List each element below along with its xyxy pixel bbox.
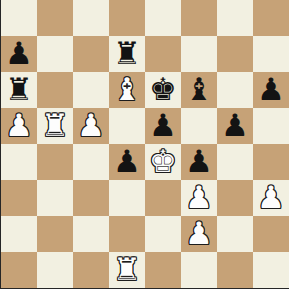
chess-board: ♟♜♜♝♚♝♟♟♜♟♟♟♟♚♟♟♟♟♜ <box>0 0 289 289</box>
square-d7[interactable]: ♜ <box>109 36 145 72</box>
white-bishop: ♝ <box>113 72 141 107</box>
black-rook: ♜ <box>5 72 33 107</box>
black-bishop: ♝ <box>185 72 213 107</box>
white-rook: ♜ <box>113 252 141 287</box>
white-king: ♚ <box>149 144 177 179</box>
black-rook: ♜ <box>113 36 141 71</box>
square-b6[interactable] <box>37 72 73 108</box>
square-g2[interactable] <box>217 216 253 252</box>
square-f4[interactable]: ♟ <box>181 144 217 180</box>
square-c3[interactable] <box>73 180 109 216</box>
square-h2[interactable] <box>253 216 289 252</box>
square-f7[interactable] <box>181 36 217 72</box>
white-rook: ♜ <box>41 108 69 143</box>
square-e1[interactable] <box>145 252 181 288</box>
square-c2[interactable] <box>73 216 109 252</box>
square-g8[interactable] <box>217 0 253 36</box>
square-g3[interactable] <box>217 180 253 216</box>
square-b7[interactable] <box>37 36 73 72</box>
square-g5[interactable]: ♟ <box>217 108 253 144</box>
square-e3[interactable] <box>145 180 181 216</box>
square-c6[interactable] <box>73 72 109 108</box>
square-d5[interactable] <box>109 108 145 144</box>
square-c8[interactable] <box>73 0 109 36</box>
square-e7[interactable] <box>145 36 181 72</box>
square-g7[interactable] <box>217 36 253 72</box>
white-pawn: ♟ <box>257 180 285 215</box>
square-b5[interactable]: ♜ <box>37 108 73 144</box>
square-b2[interactable] <box>37 216 73 252</box>
square-e4[interactable]: ♚ <box>145 144 181 180</box>
square-g1[interactable] <box>217 252 253 288</box>
square-f2[interactable]: ♟ <box>181 216 217 252</box>
square-b1[interactable] <box>37 252 73 288</box>
square-h7[interactable] <box>253 36 289 72</box>
square-d2[interactable] <box>109 216 145 252</box>
square-e2[interactable] <box>145 216 181 252</box>
square-e6[interactable]: ♚ <box>145 72 181 108</box>
square-f5[interactable] <box>181 108 217 144</box>
square-a5[interactable]: ♟ <box>1 108 37 144</box>
square-b4[interactable] <box>37 144 73 180</box>
square-d4[interactable]: ♟ <box>109 144 145 180</box>
square-h1[interactable] <box>253 252 289 288</box>
square-c1[interactable] <box>73 252 109 288</box>
white-pawn: ♟ <box>185 216 213 251</box>
black-pawn: ♟ <box>257 72 285 107</box>
black-pawn: ♟ <box>113 144 141 179</box>
square-d6[interactable]: ♝ <box>109 72 145 108</box>
square-h4[interactable] <box>253 144 289 180</box>
white-pawn: ♟ <box>5 108 33 143</box>
square-h3[interactable]: ♟ <box>253 180 289 216</box>
square-e5[interactable]: ♟ <box>145 108 181 144</box>
square-a4[interactable] <box>1 144 37 180</box>
square-e8[interactable] <box>145 0 181 36</box>
black-pawn: ♟ <box>149 108 177 143</box>
square-f3[interactable]: ♟ <box>181 180 217 216</box>
black-pawn: ♟ <box>221 108 249 143</box>
black-pawn: ♟ <box>185 144 213 179</box>
square-a2[interactable] <box>1 216 37 252</box>
square-h8[interactable] <box>253 0 289 36</box>
square-f6[interactable]: ♝ <box>181 72 217 108</box>
square-d3[interactable] <box>109 180 145 216</box>
square-b8[interactable] <box>37 0 73 36</box>
square-a1[interactable] <box>1 252 37 288</box>
square-a6[interactable]: ♜ <box>1 72 37 108</box>
square-g6[interactable] <box>217 72 253 108</box>
square-b3[interactable] <box>37 180 73 216</box>
square-c5[interactable]: ♟ <box>73 108 109 144</box>
square-f1[interactable] <box>181 252 217 288</box>
square-g4[interactable] <box>217 144 253 180</box>
square-d1[interactable]: ♜ <box>109 252 145 288</box>
square-d8[interactable] <box>109 0 145 36</box>
square-c7[interactable] <box>73 36 109 72</box>
white-pawn: ♟ <box>77 108 105 143</box>
square-a8[interactable] <box>1 0 37 36</box>
white-pawn: ♟ <box>185 180 213 215</box>
square-f8[interactable] <box>181 0 217 36</box>
square-h6[interactable]: ♟ <box>253 72 289 108</box>
square-a3[interactable] <box>1 180 37 216</box>
square-c4[interactable] <box>73 144 109 180</box>
black-king: ♚ <box>149 72 177 107</box>
square-a7[interactable]: ♟ <box>1 36 37 72</box>
square-h5[interactable] <box>253 108 289 144</box>
black-pawn: ♟ <box>5 36 33 71</box>
